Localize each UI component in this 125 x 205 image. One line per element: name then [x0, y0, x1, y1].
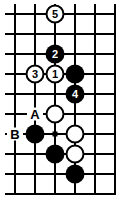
- white-stone-move-3: 3: [26, 65, 45, 84]
- black-stone: [66, 165, 85, 184]
- grid-line-horizontal: [5, 33, 116, 35]
- grid-line-horizontal: [5, 93, 116, 95]
- white-stone: [46, 105, 65, 124]
- white-stone: [66, 145, 85, 164]
- star-point: [53, 132, 58, 137]
- white-stone-move-5: 5: [46, 5, 65, 24]
- black-stone: [26, 125, 45, 144]
- white-stone: [66, 125, 85, 144]
- grid-line-horizontal: [5, 173, 116, 175]
- black-stone: [66, 65, 85, 84]
- go-board-diagram: AB 52314: [0, 0, 125, 205]
- white-stone-move-1: 1: [46, 65, 65, 84]
- black-stone: [46, 145, 65, 164]
- point-label-B: B: [7, 128, 23, 141]
- grid-line-horizontal: [5, 193, 116, 195]
- point-label-A: A: [27, 108, 43, 121]
- black-stone-move-2: 2: [46, 45, 65, 64]
- black-stone-move-4: 4: [66, 85, 85, 104]
